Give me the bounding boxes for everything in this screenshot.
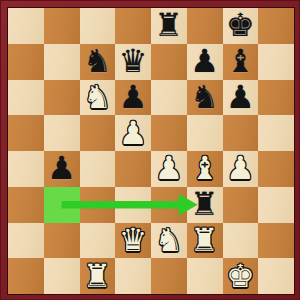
square-h4[interactable] [258,151,294,187]
square-h1[interactable] [258,258,294,294]
square-e3[interactable] [151,187,187,223]
square-h5[interactable] [258,115,294,151]
piece-white-pawn[interactable]: ♟ [119,116,148,151]
piece-black-rook[interactable]: ♜ [190,187,219,222]
piece-white-queen[interactable]: ♛ [119,223,148,258]
square-c5[interactable] [80,115,116,151]
square-f7[interactable]: ♟ [187,44,223,80]
square-a1[interactable] [8,258,44,294]
square-e2[interactable]: ♞ [151,223,187,259]
square-b1[interactable] [44,258,80,294]
square-e7[interactable] [151,44,187,80]
square-d5[interactable]: ♟ [115,115,151,151]
square-b5[interactable] [44,115,80,151]
square-h7[interactable] [258,44,294,80]
square-d1[interactable] [115,258,151,294]
piece-white-king[interactable]: ♚ [226,259,255,294]
piece-black-rook[interactable]: ♜ [155,8,184,43]
square-d3[interactable] [115,187,151,223]
square-g1[interactable]: ♚ [223,258,259,294]
piece-black-pawn[interactable]: ♟ [226,80,255,115]
square-f1[interactable] [187,258,223,294]
square-b8[interactable] [44,8,80,44]
square-e5[interactable] [151,115,187,151]
square-e4[interactable]: ♟ [151,151,187,187]
square-g8[interactable]: ♚ [223,8,259,44]
square-c3[interactable] [80,187,116,223]
piece-white-knight[interactable]: ♞ [155,223,184,258]
square-c6[interactable]: ♞ [80,80,116,116]
square-e1[interactable] [151,258,187,294]
square-a5[interactable] [8,115,44,151]
square-g3[interactable] [223,187,259,223]
square-c4[interactable] [80,151,116,187]
square-d8[interactable] [115,8,151,44]
square-c8[interactable] [80,8,116,44]
piece-black-pawn[interactable]: ♟ [119,80,148,115]
square-a2[interactable] [8,223,44,259]
square-b4[interactable]: ♟ [44,151,80,187]
piece-white-knight[interactable]: ♞ [83,80,112,115]
square-c2[interactable] [80,223,116,259]
chess-board: ♜♚♞♛♟♝♞♟♞♟♟♟♟♝♟♜♛♞♜♜♚ [8,8,294,294]
square-g6[interactable]: ♟ [223,80,259,116]
square-a3[interactable] [8,187,44,223]
piece-black-king[interactable]: ♚ [226,8,255,43]
square-d2[interactable]: ♛ [115,223,151,259]
piece-black-bishop[interactable]: ♝ [226,44,255,79]
piece-black-knight[interactable]: ♞ [83,44,112,79]
square-b7[interactable] [44,44,80,80]
piece-black-knight[interactable]: ♞ [190,80,219,115]
piece-white-pawn[interactable]: ♟ [226,151,255,186]
square-c7[interactable]: ♞ [80,44,116,80]
piece-white-bishop[interactable]: ♝ [190,151,219,186]
square-b6[interactable] [44,80,80,116]
square-f3[interactable]: ♜ [187,187,223,223]
square-h3[interactable] [258,187,294,223]
square-a6[interactable] [8,80,44,116]
square-h2[interactable] [258,223,294,259]
square-f6[interactable]: ♞ [187,80,223,116]
square-h8[interactable] [258,8,294,44]
square-e8[interactable]: ♜ [151,8,187,44]
square-e6[interactable] [151,80,187,116]
square-g7[interactable]: ♝ [223,44,259,80]
piece-black-pawn[interactable]: ♟ [190,44,219,79]
square-g5[interactable] [223,115,259,151]
chess-app: ♜♚♞♛♟♝♞♟♞♟♟♟♟♝♟♜♛♞♜♜♚ [0,0,300,300]
square-f8[interactable] [187,8,223,44]
square-c1[interactable]: ♜ [80,258,116,294]
square-d7[interactable]: ♛ [115,44,151,80]
square-f4[interactable]: ♝ [187,151,223,187]
square-d6[interactable]: ♟ [115,80,151,116]
square-d4[interactable] [115,151,151,187]
square-g2[interactable] [223,223,259,259]
piece-white-pawn[interactable]: ♟ [155,151,184,186]
square-f5[interactable] [187,115,223,151]
square-a7[interactable] [8,44,44,80]
piece-black-pawn[interactable]: ♟ [47,151,76,186]
square-b2[interactable] [44,223,80,259]
square-h6[interactable] [258,80,294,116]
piece-white-rook[interactable]: ♜ [83,259,112,294]
square-f2[interactable]: ♜ [187,223,223,259]
piece-black-queen[interactable]: ♛ [119,44,148,79]
highlighted-square-b3[interactable] [44,187,80,223]
square-a4[interactable] [8,151,44,187]
square-g4[interactable]: ♟ [223,151,259,187]
piece-white-rook[interactable]: ♜ [190,223,219,258]
square-a8[interactable] [8,8,44,44]
